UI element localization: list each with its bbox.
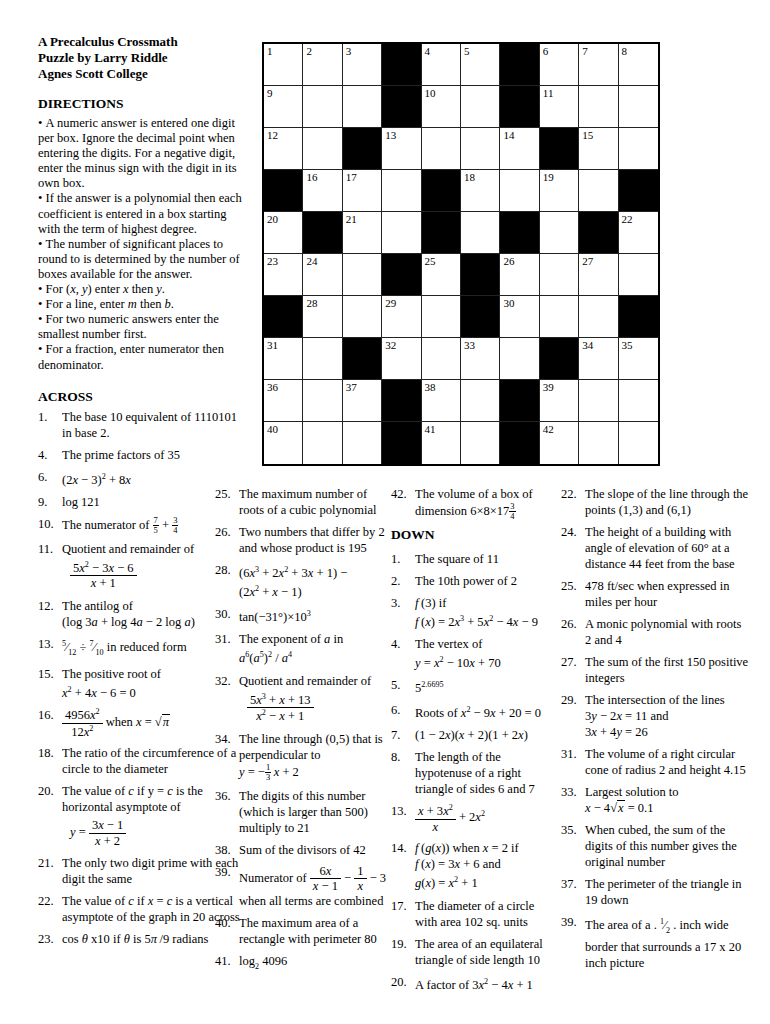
clue-text: The slope of the line through the points… [585,486,749,518]
grid-cell[interactable]: 30 [500,296,539,338]
clue-text: (1 − 2x)(x + 2)(1 + 2x) [415,727,557,743]
grid-cell[interactable] [619,380,658,422]
clue-text: The sum of the first 150 positive intege… [585,654,749,686]
clue-number: 25. [215,486,239,518]
grid-cell[interactable] [303,380,342,422]
grid-cell[interactable]: 37 [343,380,382,422]
clue-text: The diameter of a circle with area 102 s… [415,898,557,930]
cell-number: 23 [267,255,278,267]
clue-number: 1. [38,409,62,441]
clue-number: 34. [215,731,239,782]
clue-item: 26.A monic polynomial with roots 2 and 4 [561,616,749,648]
down-heading: DOWN [391,527,557,543]
cell-number: 18 [464,171,475,183]
grid-cell[interactable]: 8 [619,44,658,86]
cell-number: 12 [267,129,278,141]
cell-number: 26 [503,255,514,267]
puzzle-title: A Precalculus Crossmath Puzzle by Larry … [38,34,244,82]
black-cell [461,254,500,296]
clue-item: 14.f (g(x)) when x = 2 iff (x) = 3x + 6 … [391,840,557,891]
black-cell [540,338,579,380]
clue-text: The intersection of the lines3y − 2x = 1… [585,692,749,740]
grid-cell[interactable] [343,422,382,464]
grid-cell[interactable]: 22 [619,212,658,254]
grid-cell[interactable] [422,296,461,338]
grid-cell[interactable] [500,338,539,380]
grid-cell[interactable]: 16 [303,170,342,212]
clue-number: 6. [391,702,415,721]
cell-number: 19 [543,171,554,183]
clue-text: Quotient and remainder of5x3 + x + 13x2 … [239,673,387,725]
grid-cell[interactable]: 31 [264,338,303,380]
black-cell [382,254,421,296]
grid-cell[interactable]: 3 [343,44,382,86]
grid-cell[interactable] [422,128,461,170]
cell-number: 37 [346,381,357,393]
grid-cell[interactable]: 15 [579,128,618,170]
clue-item: 13.x + 3x2x + 2x2 [391,803,557,834]
clue-number: 8. [391,749,415,797]
grid-cell[interactable] [343,86,382,128]
grid-cell[interactable] [500,170,539,212]
clue-number: 20. [391,974,415,993]
clue-item: 7.(1 − 2x)(x + 2)(1 + 2x) [391,727,557,743]
clue-text: The 10th power of 2 [415,573,557,589]
clue-item: 4.The vertex ofy = x2 − 10x + 70 [391,636,557,671]
grid-cell[interactable] [619,254,658,296]
title-line-3: Agnes Scott College [38,66,244,82]
clue-item: 15.The positive root ofx2 + 4x − 6 = 0 [38,666,244,701]
clue-text: The vertex ofy = x2 − 10x + 70 [415,636,557,671]
grid-cell[interactable]: 5 [461,44,500,86]
clue-text: The square of 11 [415,551,557,567]
cell-number: 4 [425,45,431,57]
cell-number: 5 [464,45,470,57]
black-cell [343,338,382,380]
grid-cell[interactable]: 24 [303,254,342,296]
black-cell [500,380,539,422]
grid-cell[interactable]: 23 [264,254,303,296]
clue-number: 20. [38,783,62,849]
cell-number: 30 [503,297,514,309]
clue-number: 28. [215,562,239,600]
grid-cell[interactable] [540,296,579,338]
clue-number: 25. [561,578,585,610]
cell-number: 33 [464,339,475,351]
black-cell [579,212,618,254]
cell-number: 22 [622,213,633,225]
puzzle-page: 1234567891011121314151617181920212223242… [0,0,770,1024]
cell-number: 27 [582,255,593,267]
clue-number: 22. [561,486,585,518]
clue-item: 27.The sum of the first 150 positive int… [561,654,749,686]
clue-text: The area of a . 1⁄2 . inch wide border t… [585,914,749,971]
direction-bullet: For two numeric answers enter the smalle… [38,312,244,342]
cell-number: 41 [425,423,436,435]
cell-number: 34 [582,339,593,351]
cell-number: 40 [267,423,278,435]
clue-item: 13.5⁄12 ÷ 7⁄10 in reduced form [38,636,244,661]
clue-number: 37. [561,876,585,908]
clue-text: The prime factors of 35 [62,447,244,463]
clue-item: 10.The numerator of 75 + 34 [38,516,244,535]
grid-cell[interactable] [579,422,618,464]
cell-number: 6 [543,45,549,57]
grid-cell[interactable]: 40 [264,422,303,464]
middle-clue-column: 42.The volume of a box of dimension 6×8×… [391,486,557,999]
grid-cell[interactable]: 11 [540,86,579,128]
grid-cell[interactable]: 28 [303,296,342,338]
cell-number: 21 [346,213,357,225]
clue-text: The volume of a box of dimension 6×8×173… [415,486,557,521]
cell-number: 3 [346,45,352,57]
cell-number: 24 [306,255,317,267]
grid-cell[interactable] [382,170,421,212]
black-cell [382,422,421,464]
black-cell [422,170,461,212]
grid-cell[interactable]: 18 [461,170,500,212]
clue-number: 1. [391,551,415,567]
black-cell [500,86,539,128]
clue-number: 42. [391,486,415,521]
cell-number: 16 [306,171,317,183]
grid-cell[interactable]: 7 [579,44,618,86]
clue-item: 34.The line through (0,5) that is perpen… [215,731,387,782]
cell-number: 32 [385,339,396,351]
clue-item: 6.Roots of x2 − 9x + 20 = 0 [391,702,557,721]
clue-text: A factor of 3x2 − 4x + 1 [415,974,557,993]
clue-item: 31.The volume of a right circular cone o… [561,746,749,778]
grid-cell[interactable] [540,212,579,254]
grid-cell[interactable]: 2 [303,44,342,86]
clue-number: 30. [215,606,239,625]
cell-number: 11 [543,87,554,99]
clue-text: 52.6695 [415,677,557,696]
clue-item: 2.The 10th power of 2 [391,573,557,589]
clue-item: 36.The digits of this number (which is l… [215,788,387,836]
clue-number: 32. [215,673,239,725]
clue-text: log2 4096 [239,953,387,975]
cell-number: 1 [267,45,273,57]
grid-cell[interactable]: 38 [422,380,461,422]
grid-cell[interactable]: 27 [579,254,618,296]
clue-item: 41.log2 4096 [215,953,387,975]
grid-cell[interactable] [619,86,658,128]
black-cell [343,128,382,170]
clue-text: The area of an equilateral triangle of s… [415,936,557,968]
clue-text: Numerator of 6xx − 1 − 1x − 3 when all t… [239,864,387,910]
clue-number: 26. [215,524,239,556]
clue-number: 39. [561,914,585,971]
grid-cell[interactable] [619,128,658,170]
grid-cell[interactable]: 6 [540,44,579,86]
clue-item: 24.The height of a building with angle o… [561,524,749,572]
clue-number: 31. [215,631,239,666]
clue-number: 15. [38,666,62,701]
cell-number: 7 [582,45,588,57]
clue-number: 13. [38,636,62,661]
grid-cell[interactable]: 12 [264,128,303,170]
grid-cell[interactable] [540,254,579,296]
down-clues-col2: 22.The slope of the line through the poi… [561,486,749,977]
grid-cell[interactable]: 19 [540,170,579,212]
clue-number: 22. [38,893,62,925]
clue-item: 23.cos θ x10 if θ is 5π /9 radians [38,931,244,947]
title-line-2: Puzzle by Larry Riddle [38,50,244,66]
clue-text: When cubed, the sum of the digits of thi… [585,822,749,870]
direction-bullet: For a line, enter m then b. [38,297,244,312]
black-cell [500,44,539,86]
direction-bullet: The number of significant places to roun… [38,237,244,282]
clue-number: 36. [215,788,239,836]
grid-cell[interactable]: 13 [382,128,421,170]
clue-text: f (g(x)) when x = 2 iff (x) = 3x + 6 and… [415,840,557,891]
grid-cell[interactable]: 33 [461,338,500,380]
cell-number: 17 [346,171,357,183]
clue-text: Sum of the divisors of 42 [239,842,387,858]
grid-cell[interactable] [579,170,618,212]
grid-cell[interactable]: 4 [422,44,461,86]
clue-number: 6. [38,469,62,488]
cell-number: 39 [543,381,554,393]
clue-text: Roots of x2 − 9x + 20 = 0 [415,702,557,721]
clue-item: 11.Quotient and remainder of5x2 − 3x − 6… [38,541,244,592]
clue-number: 9. [38,494,62,510]
grid-cell[interactable]: 26 [500,254,539,296]
clue-item: 4.The prime factors of 35 [38,447,244,463]
cell-number: 8 [622,45,628,57]
clue-number: 26. [561,616,585,648]
grid-cell[interactable] [343,254,382,296]
grid-cell[interactable]: 35 [619,338,658,380]
clue-item: 39.Numerator of 6xx − 1 − 1x − 3 when al… [215,864,387,910]
grid-cell[interactable] [303,86,342,128]
cell-number: 2 [306,45,312,57]
clue-number: 11. [38,541,62,592]
black-cell [461,296,500,338]
clue-number: 40. [215,915,239,947]
clue-item: 31.The exponent of a ina6(a5)2 / a4 [215,631,387,666]
clue-item: 35.When cubed, the sum of the digits of … [561,822,749,870]
cell-number: 9 [267,87,273,99]
grid-cell[interactable]: 20 [264,212,303,254]
clue-number: 5. [391,677,415,696]
direction-bullet: A numeric answer is entered one digit pe… [38,116,244,191]
direction-bullet: For a fraction, enter numerator then den… [38,342,244,372]
grid-cell[interactable]: 10 [422,86,461,128]
grid-cell[interactable] [343,296,382,338]
black-cell [619,170,658,212]
clue-number: 17. [391,898,415,930]
grid-cell[interactable] [461,212,500,254]
cell-number: 36 [267,381,278,393]
clue-item: 42.The volume of a box of dimension 6×8×… [391,486,557,521]
clue-number: 2. [391,573,415,589]
clue-number: 12. [38,598,62,630]
cell-number: 28 [306,297,317,309]
clue-item: 37.The perimeter of the triangle in 19 d… [561,876,749,908]
clue-item: 1.The square of 11 [391,551,557,567]
clue-number: 27. [561,654,585,686]
grid-cell[interactable]: 41 [422,422,461,464]
black-cell [264,296,303,338]
clue-item: 9.log 121 [38,494,244,510]
clue-text: The length of the hypotenuse of a right … [415,749,557,797]
clue-number: 14. [391,840,415,891]
clue-text: The exponent of a ina6(a5)2 / a4 [239,631,387,666]
grid-cell[interactable] [461,380,500,422]
clue-number: 21. [38,855,62,887]
grid-cell[interactable]: 25 [422,254,461,296]
clue-number: 39. [215,864,239,910]
clue-item: 22.The value of c if x = c is a vertical… [38,893,244,925]
down-clues-col1: 1.The square of 112.The 10th power of 23… [391,551,557,993]
cell-number: 25 [425,255,436,267]
black-cell [264,170,303,212]
clue-number: 4. [391,636,415,671]
black-cell [540,128,579,170]
across-clues-col1: 1.The base 10 equivalent of 1110101 in b… [38,409,244,948]
grid-cell[interactable] [619,422,658,464]
clue-number: 19. [391,936,415,968]
clue-item: 25.478 ft/sec when expressed in miles pe… [561,578,749,610]
black-cell [422,212,461,254]
clue-item: 22.The slope of the line through the poi… [561,486,749,518]
title-line-1: A Precalculus Crossmath [38,34,244,50]
clue-item: 18.The ratio of the circumference of a c… [38,745,244,777]
clue-text: The base 10 equivalent of 1110101 in bas… [62,409,244,441]
across-clues-col3: 42.The volume of a box of dimension 6×8×… [391,486,557,521]
clue-item: 29.The intersection of the lines3y − 2x … [561,692,749,740]
clue-item: 39.The area of a . 1⁄2 . inch wide borde… [561,914,749,971]
clue-text: Largest solution tox − 4√x = 0.1 [585,784,749,816]
directions-list: A numeric answer is entered one digit pe… [38,116,244,373]
grid-cell[interactable]: 42 [540,422,579,464]
clue-number: 7. [391,727,415,743]
clue-item: 40.The maximum area of a rectangle with … [215,915,387,947]
clue-number: 41. [215,953,239,975]
clue-text: The height of a building with angle of e… [585,524,749,572]
black-cell [500,422,539,464]
clue-item: 33.Largest solution tox − 4√x = 0.1 [561,784,749,816]
clue-item: 6.(2x − 3)2 + 8x [38,469,244,488]
clue-text: The maximum number of roots of a cubic p… [239,486,387,518]
clue-text: A monic polynomial with roots 2 and 4 [585,616,749,648]
clue-item: 21.The only two digit prime with each di… [38,855,244,887]
clue-item: 20.The value of c if y = c is the horizo… [38,783,244,849]
clue-number: 29. [561,692,585,740]
clue-text: f (3) iff (x) = 2x3 + 5x2 − 4x − 9 [415,595,557,630]
puzzle-grid: 1234567891011121314151617181920212223242… [262,42,660,466]
left-column: A Precalculus Crossmath Puzzle by Larry … [38,34,244,953]
black-cell [382,44,421,86]
black-cell [303,212,342,254]
directions-heading: DIRECTIONS [38,96,244,112]
cell-number: 42 [543,423,554,435]
clue-number: 18. [38,745,62,777]
grid-cell[interactable] [461,128,500,170]
grid-cell[interactable]: 34 [579,338,618,380]
clue-item: 38.Sum of the divisors of 42 [215,842,387,858]
direction-bullet: If the answer is a polynomial then each … [38,191,244,236]
grid-cell[interactable] [461,422,500,464]
clue-item: 20.A factor of 3x2 − 4x + 1 [391,974,557,993]
cell-number: 20 [267,213,278,225]
clue-item: 19.The area of an equilateral triangle o… [391,936,557,968]
grid-cell[interactable]: 36 [264,380,303,422]
grid-cell[interactable] [422,338,461,380]
black-cell [382,86,421,128]
grid-cell[interactable]: 1 [264,44,303,86]
black-cell [500,212,539,254]
clue-number: 23. [38,931,62,947]
grid-cell[interactable] [579,86,618,128]
clue-number: 4. [38,447,62,463]
grid-cell[interactable]: 29 [382,296,421,338]
cell-number: 38 [425,381,436,393]
grid-cell[interactable] [579,296,618,338]
clue-item: 28.(6x3 + 2x2 + 3x + 1) −(2x2 + x − 1) [215,562,387,600]
clue-number: 35. [561,822,585,870]
clue-text: (6x3 + 2x2 + 3x + 1) −(2x2 + x − 1) [239,562,387,600]
across-heading: ACROSS [38,389,244,405]
clue-number: 13. [391,803,415,834]
clue-item: 8.The length of the hypotenuse of a righ… [391,749,557,797]
clue-number: 10. [38,516,62,535]
across-clues-col2: 25.The maximum number of roots of a cubi… [215,486,387,981]
clue-text: (2x − 3)2 + 8x [62,469,244,488]
clue-number: 31. [561,746,585,778]
grid-cell[interactable]: 32 [382,338,421,380]
cell-number: 14 [503,129,514,141]
clue-item: 16.4956x212x2 when x = √π [38,707,244,739]
grid-cell[interactable] [303,422,342,464]
clue-item: 25.The maximum number of roots of a cubi… [215,486,387,518]
clue-item: 12.The antilog of(log 3a + log 4a − 2 lo… [38,598,244,630]
grid-cell[interactable]: 21 [343,212,382,254]
cell-number: 15 [582,129,593,141]
clue-item: 1.The base 10 equivalent of 1110101 in b… [38,409,244,441]
grid-cell[interactable]: 17 [343,170,382,212]
clue-number: 38. [215,842,239,858]
grid-cell[interactable]: 39 [540,380,579,422]
clue-text: The volume of a right circular cone of r… [585,746,749,778]
grid-cell[interactable] [303,338,342,380]
cell-number: 29 [385,297,396,309]
clue-item: 5.52.6695 [391,677,557,696]
clue-number: 33. [561,784,585,816]
clue-number: 24. [561,524,585,572]
clue-text: tan(−31°)×103 [239,606,387,625]
clue-text: 478 ft/sec when expressed in miles per h… [585,578,749,610]
grid-cell[interactable] [382,212,421,254]
clue-number: 3. [391,595,415,630]
grid-cell[interactable] [579,380,618,422]
clue-item: 30.tan(−31°)×103 [215,606,387,625]
grid-cell[interactable] [461,86,500,128]
clue-item: 17.The diameter of a circle with area 10… [391,898,557,930]
direction-bullet: For (x, y) enter x then y. [38,282,244,297]
clue-text: The digits of this number (which is larg… [239,788,387,836]
clue-item: 26.Two numbers that differ by 2 and whos… [215,524,387,556]
grid-cell[interactable]: 9 [264,86,303,128]
clue-text: Two numbers that differ by 2 and whose p… [239,524,387,556]
black-cell [382,380,421,422]
grid-cell[interactable]: 14 [500,128,539,170]
grid-cell[interactable] [303,128,342,170]
clue-item: 32.Quotient and remainder of5x3 + x + 13… [215,673,387,725]
cell-number: 13 [385,129,396,141]
